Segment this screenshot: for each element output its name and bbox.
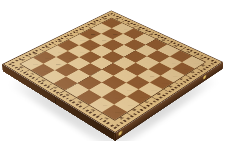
brass-clasp-icon [118, 130, 122, 136]
black-pawn-icon: ♟ [107, 23, 119, 36]
black-pawn-icon: ♟ [74, 39, 86, 53]
black-pawn-icon: ♟ [38, 58, 51, 72]
white-rook-icon: ♜ [107, 95, 124, 114]
black-pawn-icon: ♟ [50, 51, 63, 65]
board-3d: ABCDEFGH ABCDEFGH 87654321 87654321 ♜♞♝♛… [2, 10, 223, 133]
product-photo: ABCDEFGH ABCDEFGH 87654321 87654321 ♜♞♝♛… [0, 0, 225, 141]
chess-board: ABCDEFGH ABCDEFGH 87654321 87654321 ♜♞♝♛… [2, 10, 223, 133]
brass-clasp-icon [203, 75, 206, 80]
black-pawn-icon: ♟ [62, 45, 74, 59]
black-pawn-icon: ♟ [96, 28, 108, 41]
black-pawn-icon: ♟ [85, 34, 97, 47]
